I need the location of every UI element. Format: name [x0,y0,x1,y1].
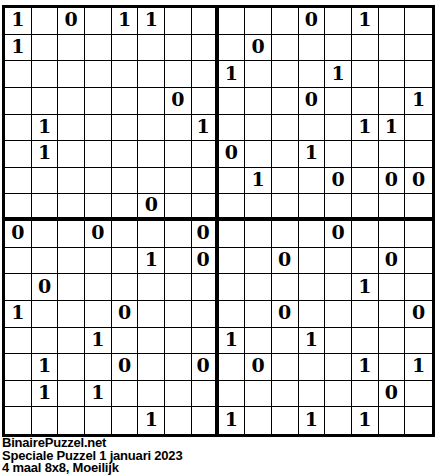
cell-r10c5[interactable] [112,248,139,275]
cell-r7c5[interactable] [112,168,139,195]
cell-r16c12: 1 [299,407,326,434]
cell-r10c1[interactable] [5,248,32,275]
cell-r14c3[interactable] [58,354,85,381]
cell-r15c4: 1 [85,381,112,408]
cell-r8c11[interactable] [272,194,299,221]
cell-r4c7: 0 [165,88,192,115]
cell-r7c4[interactable] [85,168,112,195]
cell-r15c9[interactable] [219,381,246,408]
cell-r13c15[interactable] [379,328,406,355]
cell-r7c6[interactable] [138,168,165,195]
cell-r5c6[interactable] [138,115,165,142]
cell-r7c9[interactable] [219,168,246,195]
cell-r1c15[interactable] [379,8,406,35]
cell-r14c9[interactable] [219,354,246,381]
cell-r16c6: 1 [138,407,165,434]
cell-r16c11[interactable] [272,407,299,434]
cell-r9c11[interactable] [272,221,299,248]
cell-r12c16: 0 [405,301,432,328]
cell-r5c13[interactable] [325,115,352,142]
cell-r15c15: 0 [379,381,406,408]
cell-r12c13[interactable] [325,301,352,328]
cell-r5c5[interactable] [112,115,139,142]
cell-r8c9[interactable] [219,194,246,221]
cell-r14c15[interactable] [379,354,406,381]
cell-r2c1: 1 [5,35,32,62]
cell-r10c3[interactable] [58,248,85,275]
cell-r3c7[interactable] [165,61,192,88]
cell-r14c13[interactable] [325,354,352,381]
puzzle-subtitle: 4 maal 8x8, Moeilijk [2,462,182,475]
cell-r16c5[interactable] [112,407,139,434]
cell-r5c12[interactable] [299,115,326,142]
cell-r3c2[interactable] [32,61,59,88]
cell-r4c6[interactable] [138,88,165,115]
cell-r12c3[interactable] [58,301,85,328]
cell-r12c11: 0 [272,301,299,328]
cell-r2c11[interactable] [272,35,299,62]
cell-r5c14: 1 [352,115,379,142]
cell-r11c6[interactable] [138,274,165,301]
cell-r5c11[interactable] [272,115,299,142]
cell-r7c10: 1 [245,168,272,195]
cell-r11c10[interactable] [245,274,272,301]
cell-r9c9[interactable] [219,221,246,248]
cell-r10c7[interactable] [165,248,192,275]
cell-r8c12[interactable] [299,194,326,221]
cell-r12c10[interactable] [245,301,272,328]
cell-r12c14[interactable] [352,301,379,328]
cell-r5c3[interactable] [58,115,85,142]
cell-r15c2: 1 [32,381,59,408]
cell-r14c5: 0 [112,354,139,381]
cell-r16c10[interactable] [245,407,272,434]
cell-r2c16[interactable] [405,35,432,62]
cell-r9c3[interactable] [58,221,85,248]
cell-r5c9[interactable] [219,115,246,142]
cell-r12c4[interactable] [85,301,112,328]
cell-r6c14[interactable] [352,141,379,168]
cell-r11c15[interactable] [379,274,406,301]
cell-r15c10[interactable] [245,381,272,408]
cell-r11c2: 0 [32,274,59,301]
cell-r3c16[interactable] [405,61,432,88]
cell-r4c9[interactable] [219,88,246,115]
cell-r5c8: 1 [192,115,219,142]
cell-r10c14[interactable] [352,248,379,275]
cell-r5c4[interactable] [85,115,112,142]
cell-r4c2[interactable] [32,88,59,115]
cell-r1c11[interactable] [272,8,299,35]
cell-r11c12[interactable] [299,274,326,301]
cell-r14c6[interactable] [138,354,165,381]
cell-r11c4[interactable] [85,274,112,301]
cell-r15c3[interactable] [58,381,85,408]
cell-r12c12[interactable] [299,301,326,328]
cell-r8c3[interactable] [58,194,85,221]
cell-r5c16[interactable] [405,115,432,142]
cell-r16c3[interactable] [58,407,85,434]
cell-r9c12[interactable] [299,221,326,248]
cell-r10c4[interactable] [85,248,112,275]
cell-r2c12[interactable] [299,35,326,62]
cell-r2c10: 0 [245,35,272,62]
cell-r6c2: 1 [32,141,59,168]
cell-r2c13[interactable] [325,35,352,62]
cell-r12c9[interactable] [219,301,246,328]
cell-r11c3[interactable] [58,274,85,301]
cell-r2c2[interactable] [32,35,59,62]
cell-r11c1[interactable] [5,274,32,301]
cell-r5c15: 1 [379,115,406,142]
cell-r3c6[interactable] [138,61,165,88]
cell-r7c7[interactable] [165,168,192,195]
cell-r2c14[interactable] [352,35,379,62]
cell-r9c16[interactable] [405,221,432,248]
cell-r9c4: 0 [85,221,112,248]
cell-r8c1[interactable] [5,194,32,221]
cell-r6c5[interactable] [112,141,139,168]
cell-r4c13[interactable] [325,88,352,115]
cell-r2c15[interactable] [379,35,406,62]
cell-r3c9: 1 [219,61,246,88]
cell-r8c16[interactable] [405,194,432,221]
cell-r8c10[interactable] [245,194,272,221]
cell-r15c13[interactable] [325,381,352,408]
cell-r10c16[interactable] [405,248,432,275]
cell-r15c7[interactable] [165,381,192,408]
cell-r13c2[interactable] [32,328,59,355]
cell-r8c5[interactable] [112,194,139,221]
cell-r3c4[interactable] [85,61,112,88]
cell-r13c5[interactable] [112,328,139,355]
cell-r12c7[interactable] [165,301,192,328]
cell-r7c15: 0 [379,168,406,195]
cell-r12c15[interactable] [379,301,406,328]
cell-r14c14: 1 [352,354,379,381]
cell-r13c10[interactable] [245,328,272,355]
cell-r13c11[interactable] [272,328,299,355]
cell-r9c15[interactable] [379,221,406,248]
cell-r11c9[interactable] [219,274,246,301]
cell-r2c6[interactable] [138,35,165,62]
cell-r1c4[interactable] [85,8,112,35]
cell-r14c7[interactable] [165,354,192,381]
cell-r3c1[interactable] [5,61,32,88]
cell-r4c4[interactable] [85,88,112,115]
cell-r3c10[interactable] [245,61,272,88]
cell-r13c14[interactable] [352,328,379,355]
cell-r7c3[interactable] [58,168,85,195]
cell-r5c10[interactable] [245,115,272,142]
cell-r6c7[interactable] [165,141,192,168]
cell-r13c9: 1 [219,328,246,355]
cell-r7c11[interactable] [272,168,299,195]
cell-r16c7[interactable] [165,407,192,434]
cell-r16c4[interactable] [85,407,112,434]
cell-r4c16: 1 [405,88,432,115]
cell-r9c7[interactable] [165,221,192,248]
cell-r6c4[interactable] [85,141,112,168]
cell-r1c13[interactable] [325,8,352,35]
cell-r15c16[interactable] [405,381,432,408]
cell-r3c15[interactable] [379,61,406,88]
cell-r1c6: 1 [138,8,165,35]
cell-r9c14[interactable] [352,221,379,248]
footer: BinairePuzzel.net Speciale Puzzel 1 janu… [2,437,182,475]
cell-r4c15[interactable] [379,88,406,115]
cell-r7c1[interactable] [5,168,32,195]
cell-r7c16: 0 [405,168,432,195]
cell-r4c1[interactable] [5,88,32,115]
cell-r9c8: 0 [192,221,219,248]
cell-r3c13: 1 [325,61,352,88]
cell-r1c14: 1 [352,8,379,35]
cell-r5c7[interactable] [165,115,192,142]
cell-r8c15[interactable] [379,194,406,221]
cell-r12c1: 1 [5,301,32,328]
cell-r11c7[interactable] [165,274,192,301]
cell-r9c5[interactable] [112,221,139,248]
cell-r2c4[interactable] [85,35,112,62]
cell-r14c10: 0 [245,354,272,381]
cell-r3c5[interactable] [112,61,139,88]
cell-r9c13: 0 [325,221,352,248]
cell-r6c12: 1 [299,141,326,168]
cell-r10c11: 0 [272,248,299,275]
cell-r1c2[interactable] [32,8,59,35]
cell-r6c11[interactable] [272,141,299,168]
cell-r7c2[interactable] [32,168,59,195]
cell-r9c2[interactable] [32,221,59,248]
cell-r7c8[interactable] [192,168,219,195]
cell-r8c2[interactable] [32,194,59,221]
cell-r14c12[interactable] [299,354,326,381]
cell-r14c8: 0 [192,354,219,381]
cell-r14c1[interactable] [5,354,32,381]
cell-r14c16: 1 [405,354,432,381]
cell-r13c8[interactable] [192,328,219,355]
cell-r6c3[interactable] [58,141,85,168]
cell-r9c10[interactable] [245,221,272,248]
cell-r4c11[interactable] [272,88,299,115]
cell-r16c8[interactable] [192,407,219,434]
cell-r6c8[interactable] [192,141,219,168]
cell-r6c15[interactable] [379,141,406,168]
cell-r16c16[interactable] [405,407,432,434]
cell-r2c3[interactable] [58,35,85,62]
cell-r8c13[interactable] [325,194,352,221]
cell-r11c8[interactable] [192,274,219,301]
cell-r7c12[interactable] [299,168,326,195]
cell-r13c3[interactable] [58,328,85,355]
cell-r16c9: 1 [219,407,246,434]
cell-r16c13[interactable] [325,407,352,434]
cell-r7c13: 0 [325,168,352,195]
cell-r1c5: 1 [112,8,139,35]
cell-r15c6[interactable] [138,381,165,408]
cell-r9c6[interactable] [138,221,165,248]
cell-r10c6: 1 [138,248,165,275]
cell-r7c14[interactable] [352,168,379,195]
cell-r8c4[interactable] [85,194,112,221]
cell-r1c7[interactable] [165,8,192,35]
cell-r13c7[interactable] [165,328,192,355]
cell-r1c8[interactable] [192,8,219,35]
cell-r1c9[interactable] [219,8,246,35]
cell-r1c12: 0 [299,8,326,35]
cell-r10c10[interactable] [245,248,272,275]
cell-r6c10[interactable] [245,141,272,168]
binary-puzzle-board: 1011011011001111110110000000010000110001… [2,5,435,437]
cell-r2c7[interactable] [165,35,192,62]
cell-r14c2: 1 [32,354,59,381]
cell-r5c2: 1 [32,115,59,142]
cell-r4c5[interactable] [112,88,139,115]
cell-r6c13[interactable] [325,141,352,168]
cell-r10c12[interactable] [299,248,326,275]
cell-r4c3[interactable] [58,88,85,115]
cell-r14c4[interactable] [85,354,112,381]
cell-r15c1[interactable] [5,381,32,408]
cell-r13c12: 1 [299,328,326,355]
cell-r1c16[interactable] [405,8,432,35]
cell-r10c13[interactable] [325,248,352,275]
cell-r4c14[interactable] [352,88,379,115]
cell-r10c15: 0 [379,248,406,275]
cell-r6c9: 0 [219,141,246,168]
cell-r6c6[interactable] [138,141,165,168]
cell-r16c2[interactable] [32,407,59,434]
cell-r14c11[interactable] [272,354,299,381]
cell-r11c13[interactable] [325,274,352,301]
cell-r13c1[interactable] [5,328,32,355]
cell-r15c14[interactable] [352,381,379,408]
cell-r2c5[interactable] [112,35,139,62]
cell-r11c14: 1 [352,274,379,301]
cell-r13c4: 1 [85,328,112,355]
cell-r1c3: 0 [58,8,85,35]
cell-r1c1: 1 [5,8,32,35]
cell-r6c1[interactable] [5,141,32,168]
cell-r4c8[interactable] [192,88,219,115]
cell-r12c2[interactable] [32,301,59,328]
cell-r2c8[interactable] [192,35,219,62]
cell-r16c1[interactable] [5,407,32,434]
cell-r3c12[interactable] [299,61,326,88]
cell-r4c10[interactable] [245,88,272,115]
cell-r15c11[interactable] [272,381,299,408]
cell-r5c1[interactable] [5,115,32,142]
cell-r2c9[interactable] [219,35,246,62]
cell-r12c6[interactable] [138,301,165,328]
cell-r8c8[interactable] [192,194,219,221]
cell-r1c10[interactable] [245,8,272,35]
cell-r15c8[interactable] [192,381,219,408]
cell-r8c7[interactable] [165,194,192,221]
cell-r13c6[interactable] [138,328,165,355]
cell-r11c5[interactable] [112,274,139,301]
cell-r13c13[interactable] [325,328,352,355]
cell-r10c2[interactable] [32,248,59,275]
cell-r3c11[interactable] [272,61,299,88]
cell-r15c12[interactable] [299,381,326,408]
cell-r11c11[interactable] [272,274,299,301]
cell-r10c9[interactable] [219,248,246,275]
cell-r8c6: 0 [138,194,165,221]
cell-r3c8[interactable] [192,61,219,88]
cell-r3c14[interactable] [352,61,379,88]
cell-r12c8[interactable] [192,301,219,328]
cell-r8c14[interactable] [352,194,379,221]
cell-r13c16[interactable] [405,328,432,355]
cell-r10c8: 0 [192,248,219,275]
cell-r4c12: 0 [299,88,326,115]
cell-r12c5: 0 [112,301,139,328]
cell-r16c15[interactable] [379,407,406,434]
cell-r15c5[interactable] [112,381,139,408]
cell-r11c16[interactable] [405,274,432,301]
cell-r9c1: 0 [5,221,32,248]
cell-r16c14: 1 [352,407,379,434]
cell-r3c3[interactable] [58,61,85,88]
cell-r6c16[interactable] [405,141,432,168]
